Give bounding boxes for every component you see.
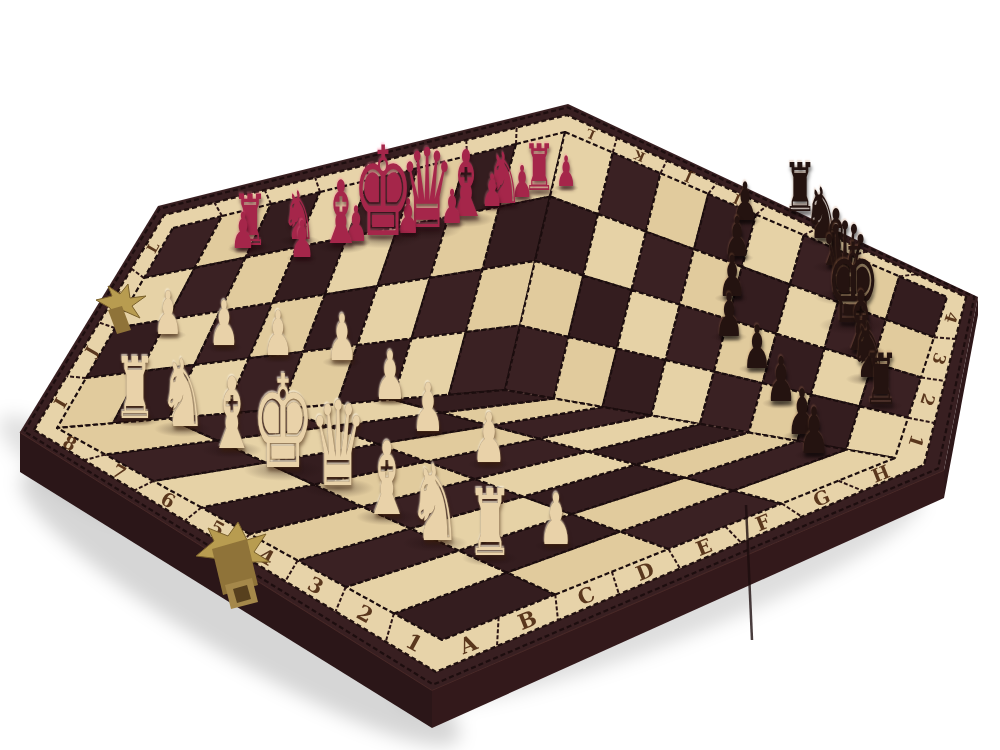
three-player-chess-scene: IJKLLKJI4321HGFEDCBA12345678 ♟♜♟♞♟♜♝♟♟♛♟… xyxy=(0,0,1000,750)
chess-board: IJKLLKJI4321HGFEDCBA12345678 xyxy=(0,0,1000,750)
